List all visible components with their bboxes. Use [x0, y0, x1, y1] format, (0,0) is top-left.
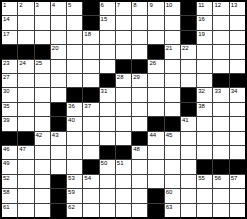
- cell-number: 12: [214, 2, 221, 8]
- grid-cell[interactable]: [35, 74, 50, 87]
- grid-cell[interactable]: 25: [35, 60, 50, 73]
- cell-number: 52: [3, 175, 10, 181]
- grid-cell[interactable]: [67, 60, 82, 73]
- grid-cell[interactable]: [116, 117, 131, 130]
- grid-cell[interactable]: [35, 204, 50, 217]
- cell-number: 51: [117, 160, 124, 166]
- cell-number: 9: [149, 2, 152, 8]
- grid-cell[interactable]: [83, 117, 98, 130]
- grid-cell[interactable]: [51, 160, 66, 173]
- grid-cell[interactable]: 63: [165, 204, 180, 217]
- grid-cell[interactable]: 8: [132, 2, 147, 15]
- grid-cell[interactable]: 45: [165, 132, 180, 145]
- black-cell: [181, 88, 196, 101]
- black-cell: [181, 103, 196, 116]
- grid-cell[interactable]: [35, 103, 50, 116]
- grid-cell[interactable]: [230, 146, 245, 159]
- grid-cell[interactable]: [18, 204, 33, 217]
- cell-number: 62: [68, 204, 75, 210]
- cell-number: 57: [231, 175, 238, 181]
- grid-cell[interactable]: [197, 60, 212, 73]
- grid-cell[interactable]: [213, 31, 228, 44]
- grid-cell[interactable]: 26: [148, 60, 163, 73]
- grid-cell[interactable]: [148, 103, 163, 116]
- grid-cell[interactable]: 60: [165, 189, 180, 202]
- cell-number: 17: [3, 31, 10, 37]
- grid-cell[interactable]: [67, 45, 82, 58]
- grid-cell[interactable]: [35, 189, 50, 202]
- grid-cell[interactable]: [148, 88, 163, 101]
- black-cell: [100, 146, 115, 159]
- grid-cell[interactable]: [83, 132, 98, 145]
- grid-cell[interactable]: 47: [18, 146, 33, 159]
- grid-cell[interactable]: [100, 189, 115, 202]
- grid-cell[interactable]: [181, 189, 196, 202]
- grid-cell[interactable]: [116, 132, 131, 145]
- black-cell: [197, 160, 212, 173]
- cell-number: 4: [52, 2, 55, 8]
- grid-cell[interactable]: [51, 60, 66, 73]
- cell-number: 24: [19, 60, 26, 66]
- cell-number: 54: [84, 175, 91, 181]
- grid-cell[interactable]: [100, 103, 115, 116]
- grid-cell[interactable]: [51, 88, 66, 101]
- grid-cell[interactable]: 58: [2, 189, 17, 202]
- grid-cell[interactable]: [35, 175, 50, 188]
- cell-number: 43: [52, 132, 59, 138]
- grid-cell[interactable]: [100, 45, 115, 58]
- grid-cell[interactable]: [132, 88, 147, 101]
- grid-cell[interactable]: [116, 189, 131, 202]
- grid-cell[interactable]: [18, 74, 33, 87]
- cell-number: 27: [3, 74, 10, 80]
- grid-cell[interactable]: [83, 60, 98, 73]
- black-cell: [165, 117, 180, 130]
- grid-cell[interactable]: 10: [165, 2, 180, 15]
- cell-number: 50: [101, 160, 108, 166]
- grid-cell[interactable]: [67, 74, 82, 87]
- grid-cell[interactable]: 36: [67, 103, 82, 116]
- grid-cell[interactable]: [230, 204, 245, 217]
- grid-cell[interactable]: [197, 117, 212, 130]
- grid-cell[interactable]: [230, 132, 245, 145]
- cell-number: 59: [68, 189, 75, 195]
- grid-cell[interactable]: [132, 160, 147, 173]
- cell-number: 21: [166, 45, 173, 51]
- cell-number: 14: [3, 16, 10, 22]
- grid-cell[interactable]: [35, 146, 50, 159]
- cell-number: 3: [36, 2, 39, 8]
- grid-cell[interactable]: [83, 45, 98, 58]
- black-cell: [83, 16, 98, 29]
- grid-cell[interactable]: [18, 88, 33, 101]
- grid-cell[interactable]: [181, 132, 196, 145]
- grid-cell[interactable]: [51, 146, 66, 159]
- black-cell: [148, 204, 163, 217]
- grid-cell[interactable]: [18, 31, 33, 44]
- grid-cell[interactable]: [197, 146, 212, 159]
- black-cell: [35, 45, 50, 58]
- grid-cell[interactable]: [51, 74, 66, 87]
- grid-cell[interactable]: [83, 146, 98, 159]
- cell-number: 41: [182, 117, 189, 123]
- grid-cell[interactable]: [181, 60, 196, 73]
- black-cell: [51, 189, 66, 202]
- grid-cell[interactable]: 22: [181, 45, 196, 58]
- grid-cell[interactable]: 41: [181, 117, 196, 130]
- cell-number: 45: [166, 132, 173, 138]
- grid-cell[interactable]: [132, 189, 147, 202]
- grid-cell[interactable]: 38: [197, 103, 212, 116]
- grid-cell[interactable]: [181, 74, 196, 87]
- grid-cell[interactable]: 40: [67, 117, 82, 130]
- grid-cell[interactable]: 1: [2, 2, 17, 15]
- grid-cell[interactable]: 51: [116, 160, 131, 173]
- black-cell: [51, 204, 66, 217]
- grid-cell[interactable]: [197, 189, 212, 202]
- grid-cell[interactable]: [165, 16, 180, 29]
- black-cell: [181, 31, 196, 44]
- grid-cell[interactable]: [83, 204, 98, 217]
- grid-cell[interactable]: [67, 160, 82, 173]
- grid-cell[interactable]: [181, 160, 196, 173]
- grid-cell[interactable]: [197, 45, 212, 58]
- grid-cell[interactable]: 44: [148, 132, 163, 145]
- grid-cell[interactable]: 19: [197, 31, 212, 44]
- grid-cell[interactable]: 50: [100, 160, 115, 173]
- grid-cell[interactable]: [213, 132, 228, 145]
- cell-number: 39: [3, 117, 10, 123]
- grid-cell[interactable]: [51, 16, 66, 29]
- cell-number: 23: [3, 60, 10, 66]
- grid-cell[interactable]: 16: [197, 16, 212, 29]
- black-cell: [181, 2, 196, 15]
- grid-cell[interactable]: [18, 117, 33, 130]
- grid-cell[interactable]: 48: [132, 146, 147, 159]
- cell-number: 37: [84, 103, 91, 109]
- grid-cell[interactable]: [213, 189, 228, 202]
- black-cell: [116, 146, 131, 159]
- grid-cell[interactable]: [116, 31, 131, 44]
- crossword-board: 1234567891011121314151617181920212223242…: [0, 0, 247, 219]
- black-cell: [2, 45, 17, 58]
- grid-cell[interactable]: [165, 146, 180, 159]
- grid-cell[interactable]: [148, 160, 163, 173]
- black-cell: [67, 88, 82, 101]
- grid-cell[interactable]: [181, 146, 196, 159]
- grid-cell[interactable]: [132, 16, 147, 29]
- cell-number: 13: [231, 2, 238, 8]
- black-cell: [83, 2, 98, 15]
- grid-cell[interactable]: [100, 60, 115, 73]
- grid-cell[interactable]: [181, 175, 196, 188]
- cell-number: 61: [3, 204, 10, 210]
- grid-cell[interactable]: 4: [51, 2, 66, 15]
- grid-cell[interactable]: 56: [213, 175, 228, 188]
- cell-number: 58: [3, 189, 10, 195]
- grid-cell[interactable]: [165, 74, 180, 87]
- grid-cell[interactable]: [197, 132, 212, 145]
- grid-cell[interactable]: [18, 175, 33, 188]
- cell-number: 60: [166, 189, 173, 195]
- cell-number: 26: [149, 60, 156, 66]
- cell-number: 11: [198, 2, 204, 8]
- grid-cell[interactable]: [165, 160, 180, 173]
- grid-cell[interactable]: 52: [2, 175, 17, 188]
- grid-cell[interactable]: 12: [213, 2, 228, 15]
- cell-number: 25: [36, 60, 43, 66]
- grid-cell[interactable]: 23: [2, 60, 17, 73]
- grid-cell[interactable]: [18, 160, 33, 173]
- grid-cell[interactable]: [116, 16, 131, 29]
- cell-number: 55: [198, 175, 205, 181]
- grid-cell[interactable]: [18, 189, 33, 202]
- black-cell: [230, 160, 245, 173]
- grid-cell[interactable]: 29: [132, 74, 147, 87]
- cell-number: 32: [198, 88, 205, 94]
- grid-cell[interactable]: [230, 45, 245, 58]
- grid-cell[interactable]: [230, 31, 245, 44]
- cell-number: 20: [52, 45, 59, 51]
- grid-cell[interactable]: [230, 117, 245, 130]
- grid-cell[interactable]: 35: [2, 103, 17, 116]
- grid-cell[interactable]: [148, 31, 163, 44]
- black-cell: [213, 160, 228, 173]
- cell-number: 16: [198, 16, 205, 22]
- grid-cell[interactable]: [35, 16, 50, 29]
- grid-cell[interactable]: 14: [2, 16, 17, 29]
- black-cell: [2, 132, 17, 145]
- grid-cell[interactable]: 62: [67, 204, 82, 217]
- grid-cell[interactable]: 32: [197, 88, 212, 101]
- grid-cell[interactable]: 55: [197, 175, 212, 188]
- grid-cell[interactable]: 43: [51, 132, 66, 145]
- cell-number: 7: [117, 2, 120, 8]
- black-cell: [18, 45, 33, 58]
- grid-cell[interactable]: [35, 31, 50, 44]
- cell-number: 34: [231, 88, 238, 94]
- grid-cell[interactable]: [213, 146, 228, 159]
- grid-cell[interactable]: [230, 60, 245, 73]
- grid-cell[interactable]: 57: [230, 175, 245, 188]
- grid-cell[interactable]: [165, 60, 180, 73]
- grid-cell[interactable]: 27: [2, 74, 17, 87]
- grid-cell[interactable]: [132, 175, 147, 188]
- grid-cell[interactable]: 54: [83, 175, 98, 188]
- cell-number: 40: [68, 117, 75, 123]
- grid-cell[interactable]: 49: [2, 160, 17, 173]
- grid-cell[interactable]: 53: [67, 175, 82, 188]
- black-cell: [230, 74, 245, 87]
- black-cell: [148, 117, 163, 130]
- grid-cell[interactable]: [132, 103, 147, 116]
- cell-number: 47: [19, 146, 26, 152]
- black-cell: [132, 60, 147, 73]
- grid-cell[interactable]: 6: [100, 2, 115, 15]
- grid-cell[interactable]: [116, 175, 131, 188]
- cell-number: 8: [133, 2, 136, 8]
- grid-cell[interactable]: 2: [18, 2, 33, 15]
- cell-number: 2: [19, 2, 22, 8]
- grid-cell[interactable]: 61: [2, 204, 17, 217]
- grid-cell[interactable]: 15: [100, 16, 115, 29]
- grid-cell[interactable]: [100, 31, 115, 44]
- cell-number: 63: [166, 204, 173, 210]
- grid-cell[interactable]: [35, 117, 50, 130]
- grid-cell[interactable]: 7: [116, 2, 131, 15]
- grid-cell[interactable]: [213, 16, 228, 29]
- grid-cell[interactable]: [132, 45, 147, 58]
- cell-number: 15: [101, 16, 108, 22]
- grid-cell[interactable]: [213, 60, 228, 73]
- grid-cell[interactable]: [213, 45, 228, 58]
- grid-cell[interactable]: [230, 16, 245, 29]
- grid-cell[interactable]: 46: [2, 146, 17, 159]
- grid-cell[interactable]: [132, 31, 147, 44]
- grid-cell[interactable]: [100, 175, 115, 188]
- cell-number: 30: [3, 88, 10, 94]
- grid-cell[interactable]: 18: [83, 31, 98, 44]
- cell-number: 48: [133, 146, 140, 152]
- grid-cell[interactable]: [165, 88, 180, 101]
- grid-cell[interactable]: [100, 117, 115, 130]
- cell-number: 56: [214, 175, 221, 181]
- grid-cell[interactable]: 37: [83, 103, 98, 116]
- grid-cell[interactable]: [165, 175, 180, 188]
- grid-cell[interactable]: [35, 160, 50, 173]
- grid-cell[interactable]: 28: [116, 74, 131, 87]
- grid-cell[interactable]: 39: [2, 117, 17, 130]
- grid-cell[interactable]: [67, 16, 82, 29]
- cell-number: 35: [3, 103, 10, 109]
- grid-cell[interactable]: 20: [51, 45, 66, 58]
- grid-cell[interactable]: 33: [213, 88, 228, 101]
- black-cell: [18, 132, 33, 145]
- black-cell: [83, 160, 98, 173]
- black-cell: [116, 60, 131, 73]
- black-cell: [148, 189, 163, 202]
- cell-number: 22: [182, 45, 189, 51]
- grid-cell[interactable]: [148, 74, 163, 87]
- grid-cell[interactable]: 21: [165, 45, 180, 58]
- grid-cell[interactable]: 59: [67, 189, 82, 202]
- cell-number: 44: [149, 132, 156, 138]
- grid-cell[interactable]: [165, 31, 180, 44]
- cell-number: 46: [3, 146, 10, 152]
- grid-cell[interactable]: 5: [67, 2, 82, 15]
- grid-cell[interactable]: [230, 103, 245, 116]
- black-cell: [83, 88, 98, 101]
- grid-cell[interactable]: [148, 146, 163, 159]
- grid-cell[interactable]: [116, 103, 131, 116]
- grid-cell[interactable]: [148, 16, 163, 29]
- grid-cell[interactable]: [83, 189, 98, 202]
- grid-cell[interactable]: [148, 175, 163, 188]
- cell-number: 33: [214, 88, 221, 94]
- cell-number: 31: [101, 88, 108, 94]
- cell-number: 28: [117, 74, 124, 80]
- grid-cell[interactable]: [132, 204, 147, 217]
- grid-cell[interactable]: [18, 103, 33, 116]
- cell-number: 10: [166, 2, 173, 8]
- grid-cell[interactable]: [181, 204, 196, 217]
- grid-cell[interactable]: [213, 204, 228, 217]
- black-cell: [51, 117, 66, 130]
- grid-cell[interactable]: 30: [2, 88, 17, 101]
- grid-cell[interactable]: 9: [148, 2, 163, 15]
- cell-number: 5: [68, 2, 71, 8]
- black-cell: [51, 175, 66, 188]
- grid-cell[interactable]: [83, 74, 98, 87]
- black-cell: [148, 45, 163, 58]
- grid-cell[interactable]: 11: [197, 2, 212, 15]
- grid-cell[interactable]: 17: [2, 31, 17, 44]
- grid-cell[interactable]: [132, 117, 147, 130]
- cell-number: 36: [68, 103, 75, 109]
- cell-number: 18: [84, 31, 91, 37]
- grid-cell[interactable]: 42: [35, 132, 50, 145]
- grid-cell[interactable]: [100, 132, 115, 145]
- grid-cell[interactable]: [35, 88, 50, 101]
- black-cell: [132, 132, 147, 145]
- black-cell: [213, 74, 228, 87]
- cell-number: 1: [3, 2, 6, 8]
- black-cell: [51, 103, 66, 116]
- cell-number: 6: [101, 2, 104, 8]
- grid-cell[interactable]: [51, 31, 66, 44]
- grid-cell[interactable]: [116, 204, 131, 217]
- grid-cell[interactable]: [230, 189, 245, 202]
- cell-number: 53: [68, 175, 75, 181]
- grid-cell[interactable]: 24: [18, 60, 33, 73]
- grid-cell[interactable]: [213, 117, 228, 130]
- grid-cell[interactable]: [116, 45, 131, 58]
- grid-cell[interactable]: [197, 74, 212, 87]
- grid-cell[interactable]: 34: [230, 88, 245, 101]
- grid-cell[interactable]: [116, 88, 131, 101]
- cell-number: 49: [3, 160, 10, 166]
- grid-cell[interactable]: [100, 204, 115, 217]
- grid-cell[interactable]: [67, 132, 82, 145]
- cell-number: 42: [36, 132, 43, 138]
- cell-number: 19: [198, 31, 205, 37]
- black-cell: [181, 16, 196, 29]
- black-cell: [100, 74, 115, 87]
- grid-cell[interactable]: [165, 103, 180, 116]
- grid-cell[interactable]: [67, 146, 82, 159]
- grid-cell[interactable]: [67, 31, 82, 44]
- cell-number: 29: [133, 74, 140, 80]
- grid-cell[interactable]: [197, 204, 212, 217]
- grid-cell[interactable]: 31: [100, 88, 115, 101]
- grid-cell[interactable]: 13: [230, 2, 245, 15]
- grid-cell[interactable]: [213, 103, 228, 116]
- grid-cell[interactable]: 3: [35, 2, 50, 15]
- grid-cell[interactable]: [18, 16, 33, 29]
- cell-number: 38: [198, 103, 205, 109]
